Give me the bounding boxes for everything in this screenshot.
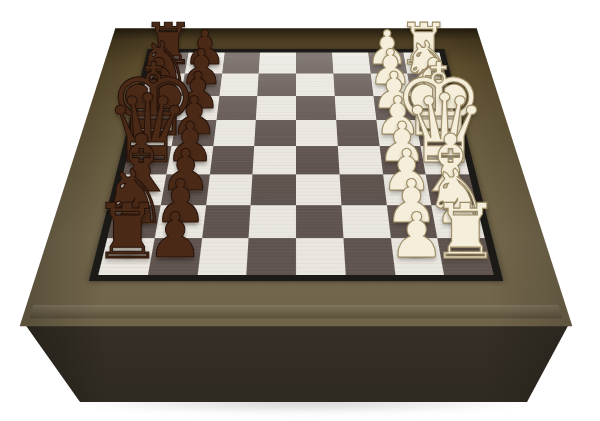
square-d3[interactable]: [338, 146, 383, 174]
square-a6[interactable]: [197, 238, 249, 275]
square-h3[interactable]: [332, 52, 370, 73]
square-g4[interactable]: [296, 73, 334, 95]
square-d4[interactable]: [296, 146, 339, 174]
square-e6[interactable]: [213, 120, 256, 146]
square-f6[interactable]: [216, 96, 257, 120]
square-e5[interactable]: [254, 120, 296, 146]
square-a3[interactable]: [343, 238, 395, 275]
square-f3[interactable]: [334, 96, 375, 120]
square-e3[interactable]: [336, 120, 379, 146]
square-h6[interactable]: [222, 52, 260, 73]
square-a5[interactable]: [247, 238, 296, 275]
square-g3[interactable]: [333, 73, 373, 95]
square-b3[interactable]: [341, 205, 390, 238]
square-c3[interactable]: [339, 174, 386, 205]
square-h4[interactable]: [296, 52, 333, 73]
square-e4[interactable]: [296, 120, 338, 146]
square-b4[interactable]: [296, 205, 343, 238]
square-g5[interactable]: [258, 73, 296, 95]
square-h5[interactable]: [259, 52, 296, 73]
square-d6[interactable]: [209, 146, 254, 174]
square-b5[interactable]: [249, 205, 296, 238]
square-c4[interactable]: [296, 174, 341, 205]
piece-black-pawn-a7[interactable]: ♟: [147, 205, 203, 267]
piece-white-rook-a1[interactable]: ♜: [431, 194, 499, 270]
square-g6[interactable]: [219, 73, 259, 95]
square-f4[interactable]: [296, 96, 336, 120]
square-b6[interactable]: [202, 205, 251, 238]
square-c6[interactable]: [206, 174, 253, 205]
chess-set-photo: ♜♞♝♛♚♝♞♜♟♟♟♟♟♟♟♟♟♟♟♟♟♟♟♟♜♞♝♛♚♝♞♜: [0, 0, 600, 421]
square-c5[interactable]: [251, 174, 296, 205]
square-f5[interactable]: [256, 96, 296, 120]
square-a4[interactable]: [296, 238, 345, 275]
square-d5[interactable]: [253, 146, 296, 174]
